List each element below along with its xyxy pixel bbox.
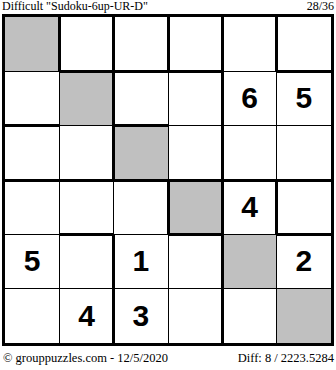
cell-r1c3[interactable] [114,17,168,71]
cell-r5c1[interactable]: 5 [5,234,59,288]
cell-r3c6[interactable] [277,126,331,180]
cell-r3c2[interactable] [59,126,113,180]
cell-r2c2[interactable] [59,71,113,125]
cell-r1c6[interactable] [277,17,331,71]
cell-r2c3[interactable] [114,71,168,125]
sudoku-board: 65451243 [2,14,334,346]
cell-r4c3[interactable] [114,180,168,234]
difficulty-text: Diff: 8 / 2223.5284 [238,351,334,366]
cell-r5c6[interactable]: 2 [277,234,331,288]
cell-r2c5[interactable]: 6 [222,71,276,125]
header: Difficult "Sudoku-6up-UR-D" 28/36 [2,0,334,13]
cell-r4c2[interactable] [59,180,113,234]
cell-r4c1[interactable] [5,180,59,234]
board-cells: 65451243 [5,17,331,343]
cell-r6c4[interactable] [168,289,222,343]
cell-r2c4[interactable] [168,71,222,125]
cell-r5c3[interactable]: 1 [114,234,168,288]
footer: © grouppuzzles.com - 12/5/2020 Diff: 8 /… [3,351,334,367]
cell-r3c1[interactable] [5,126,59,180]
cell-r1c1[interactable] [5,17,59,71]
cell-r6c6[interactable] [277,289,331,343]
cell-r4c4[interactable] [168,180,222,234]
cell-r4c6[interactable] [277,180,331,234]
cell-r1c4[interactable] [168,17,222,71]
cells-remaining-counter: 28/36 [307,0,334,13]
cell-r3c5[interactable] [222,126,276,180]
cell-r2c6[interactable]: 5 [277,71,331,125]
cell-r4c5[interactable]: 4 [222,180,276,234]
cell-r5c4[interactable] [168,234,222,288]
cell-r3c3[interactable] [114,126,168,180]
cell-r5c2[interactable] [59,234,113,288]
cell-r3c4[interactable] [168,126,222,180]
cell-r1c5[interactable] [222,17,276,71]
puzzle-title: Difficult "Sudoku-6up-UR-D" [2,0,148,13]
copyright-date-text: © grouppuzzles.com - 12/5/2020 [3,351,168,366]
cell-r5c5[interactable] [222,234,276,288]
cell-r6c5[interactable] [222,289,276,343]
cell-r1c2[interactable] [59,17,113,71]
cell-r6c2[interactable]: 4 [59,289,113,343]
cell-r6c1[interactable] [5,289,59,343]
cell-r2c1[interactable] [5,71,59,125]
cell-r6c3[interactable]: 3 [114,289,168,343]
